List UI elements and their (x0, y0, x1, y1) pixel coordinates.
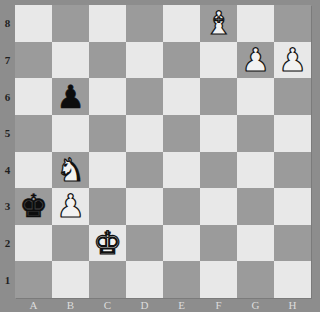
rank-label-6: 6 (0, 78, 15, 115)
square-e4[interactable] (163, 152, 200, 189)
square-e8[interactable] (163, 5, 200, 42)
square-d8[interactable] (126, 5, 163, 42)
square-f1[interactable] (200, 261, 237, 298)
rank-label-2: 2 (0, 225, 15, 262)
square-h6[interactable] (274, 78, 311, 115)
square-c2[interactable]: ♚ (89, 225, 126, 262)
square-d7[interactable] (126, 42, 163, 79)
square-b6[interactable]: ♟ (52, 78, 89, 115)
square-e7[interactable] (163, 42, 200, 79)
square-e6[interactable] (163, 78, 200, 115)
square-d6[interactable] (126, 78, 163, 115)
piece-white-bishop[interactable]: ♝ (204, 7, 233, 39)
square-h4[interactable] (274, 152, 311, 189)
square-f7[interactable] (200, 42, 237, 79)
square-h5[interactable] (274, 115, 311, 152)
rank-label-3: 3 (0, 188, 15, 225)
file-label-h: H (274, 298, 311, 312)
square-c5[interactable] (89, 115, 126, 152)
square-g7[interactable]: ♟ (237, 42, 274, 79)
square-e2[interactable] (163, 225, 200, 262)
square-h7[interactable]: ♟ (274, 42, 311, 79)
square-c8[interactable] (89, 5, 126, 42)
square-h8[interactable] (274, 5, 311, 42)
file-label-b: B (52, 298, 89, 312)
square-g6[interactable] (237, 78, 274, 115)
file-label-a: A (15, 298, 52, 312)
square-f4[interactable] (200, 152, 237, 189)
square-a3[interactable]: ♚ (15, 188, 52, 225)
square-h3[interactable] (274, 188, 311, 225)
square-b1[interactable] (52, 261, 89, 298)
square-c4[interactable] (89, 152, 126, 189)
square-g3[interactable] (237, 188, 274, 225)
piece-black-king[interactable]: ♚ (19, 190, 48, 222)
piece-white-knight[interactable]: ♞ (56, 154, 85, 186)
square-f8[interactable]: ♝ (200, 5, 237, 42)
square-d2[interactable] (126, 225, 163, 262)
square-b7[interactable] (52, 42, 89, 79)
square-d3[interactable] (126, 188, 163, 225)
square-c3[interactable] (89, 188, 126, 225)
square-f5[interactable] (200, 115, 237, 152)
file-label-f: F (200, 298, 237, 312)
square-g2[interactable] (237, 225, 274, 262)
piece-black-pawn[interactable]: ♟ (56, 81, 85, 113)
rank-label-8: 8 (0, 5, 15, 42)
square-e3[interactable] (163, 188, 200, 225)
square-a6[interactable] (15, 78, 52, 115)
square-c1[interactable] (89, 261, 126, 298)
file-label-d: D (126, 298, 163, 312)
square-a1[interactable] (15, 261, 52, 298)
square-a2[interactable] (15, 225, 52, 262)
piece-white-pawn[interactable]: ♟ (56, 190, 85, 222)
piece-white-pawn[interactable]: ♟ (241, 44, 270, 76)
square-g1[interactable] (237, 261, 274, 298)
file-label-e: E (163, 298, 200, 312)
square-h2[interactable] (274, 225, 311, 262)
square-e1[interactable] (163, 261, 200, 298)
chess-diagram: 87654321 ♝♟♟♟♞♚♟♚ ABCDEFGH (0, 0, 320, 312)
square-f2[interactable] (200, 225, 237, 262)
square-f3[interactable] (200, 188, 237, 225)
rank-labels: 87654321 (0, 5, 15, 298)
square-a8[interactable] (15, 5, 52, 42)
square-c7[interactable] (89, 42, 126, 79)
square-g8[interactable] (237, 5, 274, 42)
piece-white-king[interactable]: ♚ (93, 227, 122, 259)
square-b8[interactable] (52, 5, 89, 42)
piece-white-pawn[interactable]: ♟ (278, 44, 307, 76)
square-a5[interactable] (15, 115, 52, 152)
rank-label-5: 5 (0, 115, 15, 152)
square-e5[interactable] (163, 115, 200, 152)
rank-label-7: 7 (0, 42, 15, 79)
square-h1[interactable] (274, 261, 311, 298)
square-d4[interactable] (126, 152, 163, 189)
square-g4[interactable] (237, 152, 274, 189)
square-f6[interactable] (200, 78, 237, 115)
square-b4[interactable]: ♞ (52, 152, 89, 189)
square-a7[interactable] (15, 42, 52, 79)
square-d1[interactable] (126, 261, 163, 298)
file-label-g: G (237, 298, 274, 312)
square-b5[interactable] (52, 115, 89, 152)
rank-label-1: 1 (0, 261, 15, 298)
square-a4[interactable] (15, 152, 52, 189)
square-c6[interactable] (89, 78, 126, 115)
square-b3[interactable]: ♟ (52, 188, 89, 225)
chess-board: ♝♟♟♟♞♚♟♚ (15, 5, 311, 298)
square-g5[interactable] (237, 115, 274, 152)
file-label-c: C (89, 298, 126, 312)
square-d5[interactable] (126, 115, 163, 152)
file-labels: ABCDEFGH (15, 298, 311, 312)
square-b2[interactable] (52, 225, 89, 262)
rank-label-4: 4 (0, 152, 15, 189)
